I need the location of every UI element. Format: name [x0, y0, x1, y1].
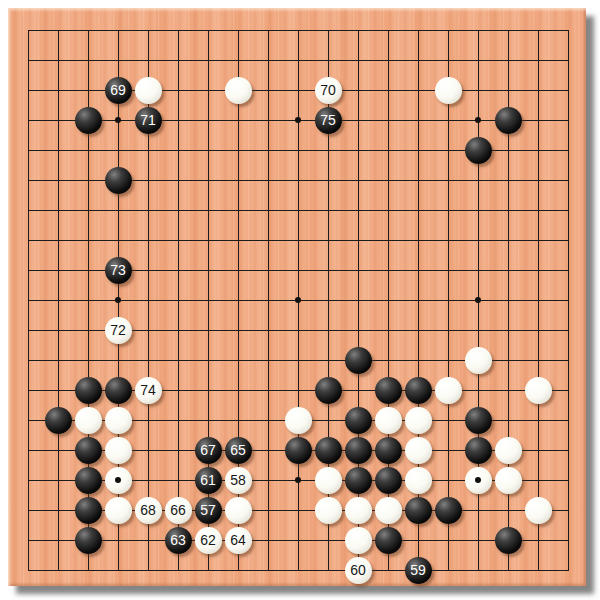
intersection[interactable] [373, 165, 403, 195]
intersection[interactable] [163, 75, 193, 105]
intersection[interactable] [103, 225, 133, 255]
white-stone[interactable]: 60 [345, 557, 372, 584]
intersection[interactable] [223, 285, 253, 315]
black-stone[interactable] [405, 497, 432, 524]
intersection[interactable] [343, 405, 373, 435]
intersection[interactable] [493, 105, 523, 135]
intersection[interactable] [193, 225, 223, 255]
intersection[interactable] [313, 435, 343, 465]
intersection[interactable] [433, 285, 463, 315]
intersection[interactable]: 60 [343, 555, 373, 585]
intersection[interactable] [433, 165, 463, 195]
intersection[interactable] [283, 75, 313, 105]
intersection[interactable] [133, 255, 163, 285]
intersection[interactable] [373, 195, 403, 225]
intersection[interactable] [523, 15, 553, 45]
intersection[interactable] [433, 495, 463, 525]
intersection[interactable] [193, 255, 223, 285]
intersection[interactable] [313, 525, 343, 555]
intersection[interactable] [343, 195, 373, 225]
white-stone[interactable] [315, 497, 342, 524]
intersection[interactable] [133, 45, 163, 75]
intersection[interactable] [283, 495, 313, 525]
intersection[interactable] [253, 15, 283, 45]
intersection[interactable] [73, 555, 103, 585]
intersection[interactable] [43, 285, 73, 315]
intersection[interactable] [73, 195, 103, 225]
black-stone[interactable] [465, 437, 492, 464]
intersection[interactable] [103, 405, 133, 435]
intersection[interactable] [403, 285, 433, 315]
intersection[interactable]: 57 [193, 495, 223, 525]
intersection[interactable] [73, 345, 103, 375]
intersection[interactable] [283, 255, 313, 285]
intersection[interactable] [373, 75, 403, 105]
intersection[interactable] [163, 225, 193, 255]
intersection[interactable] [163, 135, 193, 165]
intersection[interactable] [553, 285, 583, 315]
intersection[interactable] [193, 45, 223, 75]
intersection[interactable] [193, 195, 223, 225]
intersection[interactable] [133, 465, 163, 495]
intersection[interactable] [343, 255, 373, 285]
intersection[interactable] [553, 525, 583, 555]
intersection[interactable] [433, 525, 463, 555]
intersection[interactable] [493, 285, 523, 315]
white-stone[interactable] [105, 407, 132, 434]
intersection[interactable] [13, 105, 43, 135]
intersection[interactable] [223, 135, 253, 165]
intersection[interactable] [163, 15, 193, 45]
black-stone[interactable] [105, 377, 132, 404]
intersection[interactable] [73, 105, 103, 135]
intersection[interactable] [103, 135, 133, 165]
intersection[interactable]: 70 [313, 75, 343, 105]
black-stone[interactable] [495, 107, 522, 134]
intersection[interactable] [13, 135, 43, 165]
white-stone[interactable] [405, 437, 432, 464]
white-stone[interactable] [435, 77, 462, 104]
intersection[interactable] [283, 165, 313, 195]
black-stone[interactable] [375, 527, 402, 554]
intersection[interactable] [433, 135, 463, 165]
intersection[interactable] [43, 435, 73, 465]
intersection[interactable] [193, 315, 223, 345]
intersection[interactable] [313, 285, 343, 315]
intersection[interactable] [223, 255, 253, 285]
intersection[interactable] [403, 135, 433, 165]
intersection[interactable] [433, 105, 463, 135]
intersection[interactable] [193, 165, 223, 195]
white-stone[interactable] [525, 377, 552, 404]
intersection[interactable] [493, 165, 523, 195]
intersection[interactable] [463, 405, 493, 435]
intersection[interactable] [433, 435, 463, 465]
intersection[interactable] [13, 315, 43, 345]
intersection[interactable] [343, 135, 373, 165]
intersection[interactable] [133, 525, 163, 555]
intersection[interactable] [523, 165, 553, 195]
intersection[interactable] [13, 555, 43, 585]
intersection[interactable] [253, 75, 283, 105]
intersection[interactable] [43, 555, 73, 585]
intersection[interactable] [223, 45, 253, 75]
black-stone[interactable] [375, 377, 402, 404]
intersection[interactable] [463, 315, 493, 345]
intersection[interactable] [13, 45, 43, 75]
intersection[interactable] [343, 75, 373, 105]
intersection[interactable] [313, 165, 343, 195]
intersection[interactable] [253, 525, 283, 555]
intersection[interactable] [523, 345, 553, 375]
intersection[interactable] [283, 15, 313, 45]
intersection[interactable] [223, 345, 253, 375]
intersection[interactable] [133, 405, 163, 435]
black-stone[interactable] [495, 527, 522, 554]
intersection[interactable] [313, 465, 343, 495]
intersection[interactable] [73, 165, 103, 195]
intersection[interactable]: 59 [403, 555, 433, 585]
black-stone[interactable]: 73 [105, 257, 132, 284]
intersection[interactable] [253, 225, 283, 255]
intersection[interactable] [73, 405, 103, 435]
intersection[interactable] [493, 195, 523, 225]
intersection[interactable] [523, 285, 553, 315]
black-stone[interactable] [75, 467, 102, 494]
intersection[interactable] [463, 435, 493, 465]
intersection[interactable] [43, 105, 73, 135]
intersection[interactable] [43, 375, 73, 405]
intersection[interactable] [43, 195, 73, 225]
black-stone[interactable] [75, 437, 102, 464]
intersection[interactable] [163, 375, 193, 405]
intersection[interactable] [493, 15, 523, 45]
intersection[interactable] [433, 75, 463, 105]
intersection[interactable] [523, 465, 553, 495]
intersection[interactable] [523, 435, 553, 465]
black-stone[interactable] [375, 437, 402, 464]
intersection[interactable] [523, 555, 553, 585]
intersection[interactable] [403, 435, 433, 465]
black-stone[interactable] [465, 407, 492, 434]
intersection[interactable] [133, 555, 163, 585]
intersection[interactable] [493, 555, 523, 585]
intersection[interactable] [223, 165, 253, 195]
intersection[interactable] [403, 45, 433, 75]
intersection[interactable] [253, 405, 283, 435]
intersection[interactable] [73, 225, 103, 255]
white-stone[interactable] [495, 437, 522, 464]
intersection[interactable] [433, 15, 463, 45]
white-stone[interactable] [105, 497, 132, 524]
black-stone[interactable] [45, 407, 72, 434]
intersection[interactable] [553, 195, 583, 225]
white-stone[interactable]: 62 [195, 527, 222, 554]
intersection[interactable]: 62 [193, 525, 223, 555]
white-stone[interactable] [405, 467, 432, 494]
intersection[interactable] [43, 525, 73, 555]
intersection[interactable] [553, 165, 583, 195]
intersection[interactable] [223, 375, 253, 405]
intersection[interactable] [523, 225, 553, 255]
intersection[interactable] [73, 375, 103, 405]
intersection[interactable] [193, 75, 223, 105]
intersection[interactable] [313, 555, 343, 585]
intersection[interactable] [343, 465, 373, 495]
intersection[interactable]: 68 [133, 495, 163, 525]
intersection[interactable] [313, 195, 343, 225]
intersection[interactable] [73, 15, 103, 45]
intersection[interactable] [133, 165, 163, 195]
intersection[interactable] [313, 405, 343, 435]
intersection[interactable] [283, 375, 313, 405]
intersection[interactable] [253, 45, 283, 75]
intersection[interactable] [403, 165, 433, 195]
intersection[interactable] [163, 315, 193, 345]
intersection[interactable] [523, 495, 553, 525]
intersection[interactable] [493, 405, 523, 435]
intersection[interactable] [223, 105, 253, 135]
intersection[interactable] [103, 45, 133, 75]
black-stone[interactable] [405, 377, 432, 404]
intersection[interactable] [553, 435, 583, 465]
intersection[interactable] [463, 375, 493, 405]
black-stone[interactable] [75, 497, 102, 524]
intersection[interactable] [553, 225, 583, 255]
white-stone[interactable] [315, 467, 342, 494]
intersection[interactable] [403, 315, 433, 345]
intersection[interactable] [493, 495, 523, 525]
black-stone[interactable] [315, 377, 342, 404]
intersection[interactable] [283, 195, 313, 225]
intersection[interactable] [193, 405, 223, 435]
intersection[interactable] [283, 135, 313, 165]
intersection[interactable] [433, 375, 463, 405]
intersection[interactable] [13, 345, 43, 375]
intersection[interactable] [103, 525, 133, 555]
intersection[interactable] [343, 45, 373, 75]
intersection[interactable] [103, 495, 133, 525]
intersection[interactable] [523, 135, 553, 165]
intersection[interactable] [133, 135, 163, 165]
intersection[interactable]: 72 [103, 315, 133, 345]
intersection[interactable]: 63 [163, 525, 193, 555]
intersection[interactable] [133, 195, 163, 225]
intersection[interactable] [553, 255, 583, 285]
intersection[interactable] [133, 285, 163, 315]
intersection[interactable] [13, 435, 43, 465]
intersection[interactable] [193, 135, 223, 165]
intersection[interactable] [403, 195, 433, 225]
intersection[interactable] [43, 225, 73, 255]
intersection[interactable] [343, 375, 373, 405]
intersection[interactable] [253, 375, 283, 405]
intersection[interactable] [463, 45, 493, 75]
intersection[interactable] [463, 555, 493, 585]
intersection[interactable] [523, 405, 553, 435]
intersection[interactable] [43, 405, 73, 435]
intersection[interactable] [493, 45, 523, 75]
intersection[interactable] [403, 495, 433, 525]
intersection[interactable] [193, 285, 223, 315]
intersection[interactable] [313, 255, 343, 285]
intersection[interactable] [373, 405, 403, 435]
black-stone[interactable] [315, 437, 342, 464]
intersection[interactable] [253, 345, 283, 375]
intersection[interactable] [73, 465, 103, 495]
white-stone[interactable] [375, 497, 402, 524]
intersection[interactable] [373, 435, 403, 465]
intersection[interactable] [13, 285, 43, 315]
intersection[interactable]: 75 [313, 105, 343, 135]
intersection[interactable] [373, 315, 403, 345]
white-stone[interactable]: 68 [135, 497, 162, 524]
white-stone[interactable] [75, 407, 102, 434]
intersection[interactable] [193, 555, 223, 585]
black-stone[interactable] [75, 377, 102, 404]
intersection[interactable] [193, 345, 223, 375]
intersection[interactable] [223, 495, 253, 525]
intersection[interactable] [433, 315, 463, 345]
intersection[interactable] [43, 345, 73, 375]
intersection[interactable] [343, 285, 373, 315]
intersection[interactable] [253, 435, 283, 465]
intersection[interactable] [523, 315, 553, 345]
intersection[interactable] [343, 435, 373, 465]
intersection[interactable] [103, 375, 133, 405]
intersection[interactable] [13, 75, 43, 105]
black-stone[interactable] [345, 467, 372, 494]
white-stone[interactable] [225, 77, 252, 104]
intersection[interactable] [553, 555, 583, 585]
intersection[interactable] [463, 525, 493, 555]
intersection[interactable] [13, 405, 43, 435]
intersection[interactable] [223, 15, 253, 45]
intersection[interactable] [403, 15, 433, 45]
white-stone[interactable] [225, 497, 252, 524]
intersection[interactable] [493, 225, 523, 255]
intersection[interactable] [163, 465, 193, 495]
white-stone[interactable] [465, 347, 492, 374]
intersection[interactable] [553, 405, 583, 435]
intersection[interactable] [13, 195, 43, 225]
intersection[interactable] [523, 525, 553, 555]
intersection[interactable] [403, 525, 433, 555]
black-stone[interactable]: 67 [195, 437, 222, 464]
intersection[interactable] [433, 195, 463, 225]
intersection[interactable]: 61 [193, 465, 223, 495]
intersection[interactable] [253, 495, 283, 525]
intersection[interactable] [553, 15, 583, 45]
intersection[interactable] [373, 45, 403, 75]
intersection[interactable] [523, 105, 553, 135]
intersection[interactable] [343, 345, 373, 375]
white-stone[interactable] [495, 467, 522, 494]
intersection[interactable] [163, 105, 193, 135]
intersection[interactable] [343, 15, 373, 45]
intersection[interactable] [253, 195, 283, 225]
intersection[interactable] [253, 315, 283, 345]
intersection[interactable] [163, 255, 193, 285]
intersection[interactable] [193, 15, 223, 45]
black-stone[interactable] [465, 137, 492, 164]
intersection[interactable] [13, 465, 43, 495]
intersection[interactable] [253, 555, 283, 585]
intersection[interactable] [313, 135, 343, 165]
intersection[interactable] [103, 345, 133, 375]
intersection[interactable] [523, 255, 553, 285]
intersection[interactable] [523, 45, 553, 75]
intersection[interactable] [373, 15, 403, 45]
intersection[interactable] [493, 465, 523, 495]
intersection[interactable] [43, 135, 73, 165]
intersection[interactable] [43, 495, 73, 525]
intersection[interactable] [283, 405, 313, 435]
intersection[interactable] [463, 75, 493, 105]
intersection[interactable] [223, 405, 253, 435]
intersection[interactable] [463, 255, 493, 285]
intersection[interactable] [223, 75, 253, 105]
intersection[interactable] [163, 345, 193, 375]
go-board[interactable]: 69707175737274676561586866576362646059 [8, 8, 586, 586]
intersection[interactable] [223, 315, 253, 345]
intersection[interactable] [73, 525, 103, 555]
intersection[interactable]: 64 [223, 525, 253, 555]
intersection[interactable] [373, 465, 403, 495]
intersection[interactable] [463, 495, 493, 525]
intersection[interactable] [163, 285, 193, 315]
black-stone[interactable] [375, 467, 402, 494]
intersection[interactable] [403, 345, 433, 375]
white-stone[interactable] [345, 497, 372, 524]
black-stone[interactable] [75, 107, 102, 134]
intersection[interactable] [433, 225, 463, 255]
black-stone[interactable] [345, 347, 372, 374]
intersection[interactable] [343, 495, 373, 525]
intersection[interactable] [103, 15, 133, 45]
intersection[interactable] [133, 435, 163, 465]
intersection[interactable] [13, 525, 43, 555]
intersection[interactable] [283, 555, 313, 585]
intersection[interactable] [343, 165, 373, 195]
intersection[interactable] [463, 165, 493, 195]
intersection[interactable] [283, 525, 313, 555]
black-stone[interactable]: 75 [315, 107, 342, 134]
intersection[interactable] [253, 285, 283, 315]
black-stone[interactable]: 65 [225, 437, 252, 464]
intersection[interactable] [373, 555, 403, 585]
intersection[interactable] [43, 75, 73, 105]
intersection[interactable] [403, 105, 433, 135]
black-stone[interactable] [345, 407, 372, 434]
intersection[interactable] [373, 225, 403, 255]
intersection[interactable] [403, 465, 433, 495]
intersection[interactable] [13, 495, 43, 525]
intersection[interactable] [553, 465, 583, 495]
intersection[interactable] [103, 165, 133, 195]
intersection[interactable] [373, 255, 403, 285]
intersection[interactable] [223, 555, 253, 585]
intersection[interactable] [283, 435, 313, 465]
white-stone[interactable] [375, 407, 402, 434]
intersection[interactable] [373, 135, 403, 165]
intersection[interactable]: 73 [103, 255, 133, 285]
intersection[interactable] [403, 255, 433, 285]
intersection[interactable] [493, 135, 523, 165]
intersection[interactable] [283, 45, 313, 75]
intersection[interactable] [463, 345, 493, 375]
white-stone[interactable] [285, 407, 312, 434]
